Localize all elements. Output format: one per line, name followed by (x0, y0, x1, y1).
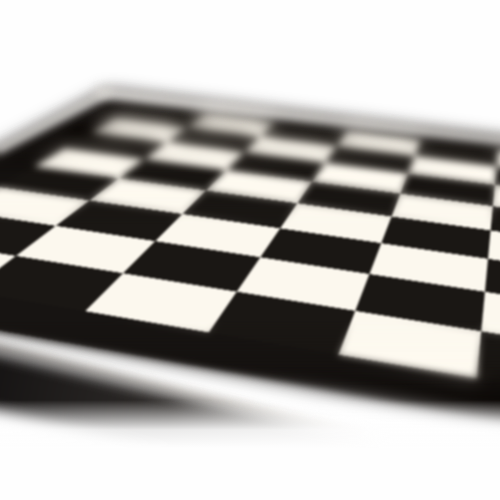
background-fade (0, 400, 500, 500)
board-square (476, 331, 500, 404)
board-photo-stage (0, 0, 500, 500)
